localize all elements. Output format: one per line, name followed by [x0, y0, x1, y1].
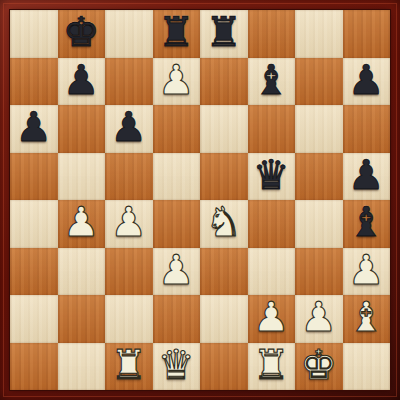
white-rook-piece[interactable]: ♜ — [110, 342, 147, 390]
square-b7[interactable]: ♟ — [58, 58, 106, 106]
square-a3[interactable] — [10, 248, 58, 296]
square-f8[interactable] — [248, 10, 296, 58]
square-a6[interactable]: ♟ — [10, 105, 58, 153]
square-h5[interactable]: ♟ — [343, 153, 391, 201]
square-c5[interactable] — [105, 153, 153, 201]
black-bishop-piece[interactable]: ♝ — [253, 57, 290, 105]
square-d4[interactable] — [153, 200, 201, 248]
square-c2[interactable] — [105, 295, 153, 343]
board-frame: ♚♜♜♟♟♝♟♟♟♛♟♟♟♞♝♟♟♟♟♝♜♛♜♚ — [0, 0, 400, 400]
square-a2[interactable] — [10, 295, 58, 343]
square-e8[interactable]: ♜ — [200, 10, 248, 58]
square-c1[interactable]: ♜ — [105, 343, 153, 391]
white-queen-piece[interactable]: ♛ — [158, 342, 195, 390]
white-pawn-piece[interactable]: ♟ — [300, 294, 337, 342]
square-g8[interactable] — [295, 10, 343, 58]
white-pawn-piece[interactable]: ♟ — [158, 247, 195, 295]
square-g4[interactable] — [295, 200, 343, 248]
square-c4[interactable]: ♟ — [105, 200, 153, 248]
square-h6[interactable] — [343, 105, 391, 153]
square-d1[interactable]: ♛ — [153, 343, 201, 391]
black-pawn-piece[interactable]: ♟ — [348, 152, 385, 200]
square-f6[interactable] — [248, 105, 296, 153]
black-pawn-piece[interactable]: ♟ — [348, 57, 385, 105]
square-f5[interactable]: ♛ — [248, 153, 296, 201]
square-c8[interactable] — [105, 10, 153, 58]
square-g2[interactable]: ♟ — [295, 295, 343, 343]
black-rook-piece[interactable]: ♜ — [205, 9, 242, 57]
square-d3[interactable]: ♟ — [153, 248, 201, 296]
square-h1[interactable] — [343, 343, 391, 391]
square-e7[interactable] — [200, 58, 248, 106]
square-f3[interactable] — [248, 248, 296, 296]
square-g1[interactable]: ♚ — [295, 343, 343, 391]
square-a8[interactable] — [10, 10, 58, 58]
square-f7[interactable]: ♝ — [248, 58, 296, 106]
square-h7[interactable]: ♟ — [343, 58, 391, 106]
square-b5[interactable] — [58, 153, 106, 201]
square-g5[interactable] — [295, 153, 343, 201]
square-b6[interactable] — [58, 105, 106, 153]
square-h8[interactable] — [343, 10, 391, 58]
white-pawn-piece[interactable]: ♟ — [63, 199, 100, 247]
square-c7[interactable] — [105, 58, 153, 106]
square-a7[interactable] — [10, 58, 58, 106]
square-a1[interactable] — [10, 343, 58, 391]
white-king-piece[interactable]: ♚ — [300, 342, 337, 390]
square-b2[interactable] — [58, 295, 106, 343]
white-rook-piece[interactable]: ♜ — [253, 342, 290, 390]
square-e1[interactable] — [200, 343, 248, 391]
black-queen-piece[interactable]: ♛ — [253, 152, 290, 200]
square-b4[interactable]: ♟ — [58, 200, 106, 248]
white-pawn-piece[interactable]: ♟ — [110, 199, 147, 247]
black-king-piece[interactable]: ♚ — [63, 9, 100, 57]
white-pawn-piece[interactable]: ♟ — [253, 294, 290, 342]
square-b1[interactable] — [58, 343, 106, 391]
square-a5[interactable] — [10, 153, 58, 201]
square-e5[interactable] — [200, 153, 248, 201]
chess-board: ♚♜♜♟♟♝♟♟♟♛♟♟♟♞♝♟♟♟♟♝♜♛♜♚ — [10, 10, 390, 390]
square-h3[interactable]: ♟ — [343, 248, 391, 296]
square-g6[interactable] — [295, 105, 343, 153]
square-d7[interactable]: ♟ — [153, 58, 201, 106]
square-d6[interactable] — [153, 105, 201, 153]
square-g3[interactable] — [295, 248, 343, 296]
black-rook-piece[interactable]: ♜ — [158, 9, 195, 57]
square-e2[interactable] — [200, 295, 248, 343]
square-f4[interactable] — [248, 200, 296, 248]
white-bishop-piece[interactable]: ♝ — [348, 294, 385, 342]
square-f2[interactable]: ♟ — [248, 295, 296, 343]
square-e3[interactable] — [200, 248, 248, 296]
black-pawn-piece[interactable]: ♟ — [110, 104, 147, 152]
black-pawn-piece[interactable]: ♟ — [15, 104, 52, 152]
square-d8[interactable]: ♜ — [153, 10, 201, 58]
square-e6[interactable] — [200, 105, 248, 153]
square-h4[interactable]: ♝ — [343, 200, 391, 248]
square-b8[interactable]: ♚ — [58, 10, 106, 58]
square-c6[interactable]: ♟ — [105, 105, 153, 153]
square-d2[interactable] — [153, 295, 201, 343]
square-b3[interactable] — [58, 248, 106, 296]
square-d5[interactable] — [153, 153, 201, 201]
white-knight-piece[interactable]: ♞ — [205, 199, 242, 247]
square-a4[interactable] — [10, 200, 58, 248]
square-e4[interactable]: ♞ — [200, 200, 248, 248]
square-h2[interactable]: ♝ — [343, 295, 391, 343]
black-bishop-piece[interactable]: ♝ — [348, 199, 385, 247]
square-c3[interactable] — [105, 248, 153, 296]
square-g7[interactable] — [295, 58, 343, 106]
white-pawn-piece[interactable]: ♟ — [158, 57, 195, 105]
square-f1[interactable]: ♜ — [248, 343, 296, 391]
white-pawn-piece[interactable]: ♟ — [348, 247, 385, 295]
black-pawn-piece[interactable]: ♟ — [63, 57, 100, 105]
